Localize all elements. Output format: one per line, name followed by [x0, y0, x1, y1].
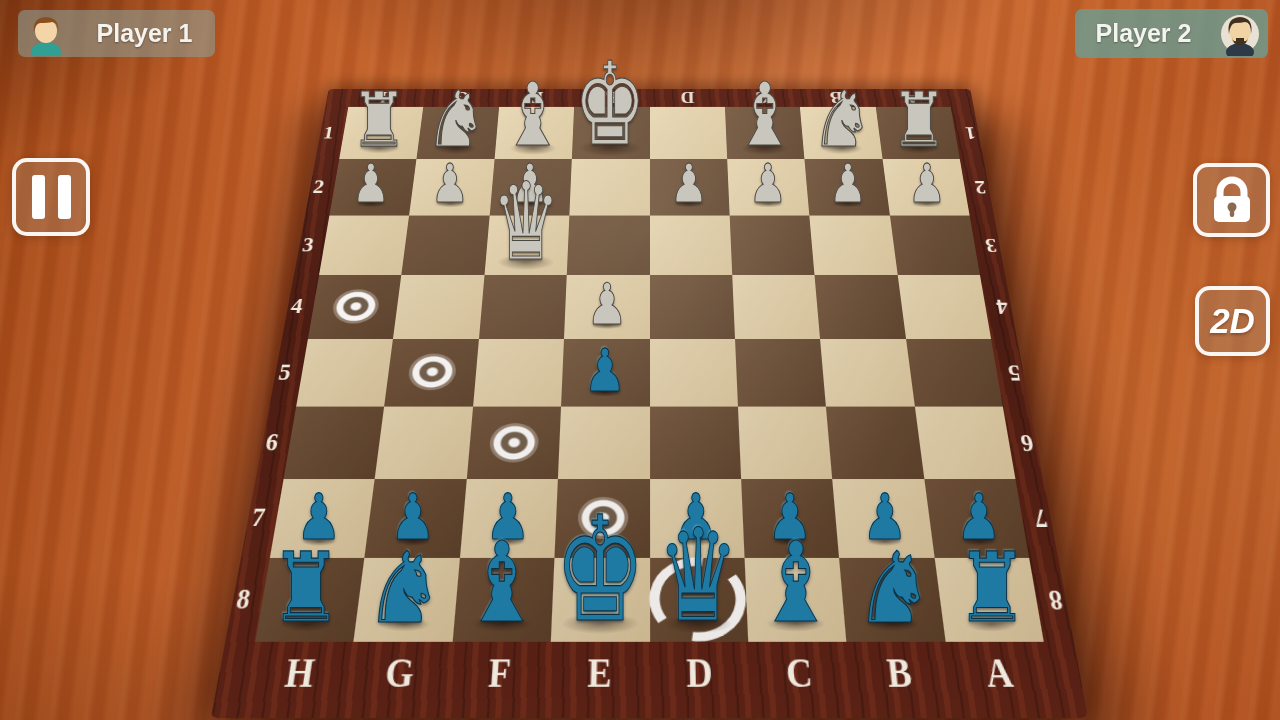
- square-a1[interactable]: [875, 107, 959, 160]
- square-f7[interactable]: [459, 479, 557, 557]
- square-a3[interactable]: [889, 215, 979, 275]
- square-a4[interactable]: [897, 275, 991, 339]
- square-g1[interactable]: [416, 107, 498, 160]
- square-g7[interactable]: [364, 479, 466, 557]
- square-e3[interactable]: [566, 215, 649, 275]
- file-label-top-A: A: [872, 87, 950, 107]
- square-d5[interactable]: [649, 338, 737, 406]
- square-a5[interactable]: [905, 338, 1002, 406]
- square-f2[interactable]: [489, 159, 571, 215]
- square-g3[interactable]: [401, 215, 489, 275]
- lock-icon: [1206, 174, 1258, 226]
- square-h2[interactable]: [329, 159, 416, 215]
- file-label-bottom-B: B: [846, 643, 952, 703]
- square-b2[interactable]: [804, 159, 889, 215]
- chess-board: HGFEDCBA HGFEDCBA 12345678 12345678: [255, 107, 1044, 642]
- square-f5[interactable]: [472, 338, 563, 406]
- square-d4[interactable]: [649, 275, 734, 339]
- player1-name: Player 1: [74, 19, 215, 48]
- square-h1[interactable]: [339, 107, 423, 160]
- file-label-bottom-G: G: [345, 643, 451, 703]
- square-h6[interactable]: [283, 406, 384, 479]
- move-hint-e7[interactable]: [577, 497, 628, 539]
- square-a6[interactable]: [914, 406, 1015, 479]
- move-hint-h4[interactable]: [330, 289, 380, 323]
- square-g5[interactable]: [384, 338, 478, 406]
- square-e6[interactable]: [558, 406, 649, 479]
- square-g4[interactable]: [393, 275, 484, 339]
- file-label-top-G: G: [423, 87, 500, 107]
- pause-button[interactable]: [12, 158, 90, 236]
- square-e7[interactable]: [554, 479, 649, 557]
- move-hint-f6[interactable]: [488, 423, 539, 462]
- square-a8[interactable]: [934, 557, 1044, 641]
- square-a2[interactable]: [882, 159, 969, 215]
- square-h4[interactable]: [308, 275, 402, 339]
- square-c4[interactable]: [732, 275, 820, 339]
- square-d6[interactable]: [649, 406, 740, 479]
- square-f1[interactable]: [494, 107, 574, 160]
- square-c3[interactable]: [729, 215, 814, 275]
- square-e1[interactable]: [571, 107, 649, 160]
- square-g6[interactable]: [375, 406, 473, 479]
- 2d-view-label: 2D: [1210, 301, 1255, 341]
- square-h3[interactable]: [319, 215, 409, 275]
- file-label-top-F: F: [498, 87, 574, 107]
- file-label-top-E: E: [574, 87, 649, 107]
- player2-badge: Player 2: [1075, 9, 1268, 58]
- square-b4[interactable]: [814, 275, 905, 339]
- square-e2[interactable]: [569, 159, 649, 215]
- square-g2[interactable]: [409, 159, 494, 215]
- square-b5[interactable]: [820, 338, 914, 406]
- square-d3[interactable]: [649, 215, 732, 275]
- square-f3[interactable]: [484, 215, 569, 275]
- selection-ring-d8: [643, 552, 754, 647]
- square-d1[interactable]: [649, 107, 727, 160]
- pause-icon: [32, 175, 45, 219]
- square-b1[interactable]: [800, 107, 882, 160]
- file-label-top-C: C: [723, 87, 799, 107]
- square-d7[interactable]: [649, 479, 744, 557]
- square-b3[interactable]: [809, 215, 897, 275]
- square-h7[interactable]: [269, 479, 374, 557]
- square-e4[interactable]: [564, 275, 649, 339]
- file-label-bottom-D: D: [649, 643, 750, 703]
- file-label-bottom-F: F: [446, 643, 550, 703]
- square-c6[interactable]: [737, 406, 832, 479]
- square-c8[interactable]: [744, 557, 846, 641]
- player2-name: Player 2: [1075, 19, 1212, 48]
- square-e5[interactable]: [561, 338, 649, 406]
- square-c7[interactable]: [740, 479, 838, 557]
- player1-badge: Player 1: [18, 10, 215, 57]
- file-label-top-H: H: [348, 87, 426, 107]
- file-labels-bottom: HGFEDCBA: [245, 650, 1053, 696]
- square-f6[interactable]: [466, 406, 561, 479]
- square-c2[interactable]: [727, 159, 809, 215]
- square-g8[interactable]: [353, 557, 459, 641]
- square-b6[interactable]: [826, 406, 924, 479]
- square-f8[interactable]: [452, 557, 554, 641]
- square-c1[interactable]: [724, 107, 804, 160]
- file-label-top-B: B: [798, 87, 875, 107]
- move-hint-g5[interactable]: [406, 354, 457, 391]
- square-d2[interactable]: [649, 159, 729, 215]
- square-a7[interactable]: [923, 479, 1028, 557]
- file-labels-top: HGFEDCBA: [348, 89, 950, 104]
- file-label-bottom-A: A: [945, 643, 1054, 703]
- square-c5[interactable]: [734, 338, 825, 406]
- board-grid: [255, 107, 1044, 642]
- file-label-bottom-H: H: [244, 643, 353, 703]
- square-h5[interactable]: [296, 338, 393, 406]
- game-screen: HGFEDCBA HGFEDCBA 12345678 12345678 ♜♞♝♚…: [0, 0, 1280, 720]
- square-b7[interactable]: [832, 479, 934, 557]
- square-h8[interactable]: [255, 557, 365, 641]
- square-e8[interactable]: [550, 557, 649, 641]
- 2d-view-button[interactable]: 2D: [1195, 286, 1270, 356]
- lock-button[interactable]: [1193, 163, 1270, 237]
- file-label-top-D: D: [649, 87, 724, 107]
- square-f4[interactable]: [478, 275, 566, 339]
- file-label-bottom-C: C: [748, 643, 852, 703]
- player1-avatar-icon: [26, 12, 66, 56]
- player2-avatar-icon: [1220, 12, 1260, 56]
- square-b8[interactable]: [839, 557, 945, 641]
- square-d8[interactable]: [649, 557, 748, 641]
- file-label-bottom-E: E: [548, 643, 649, 703]
